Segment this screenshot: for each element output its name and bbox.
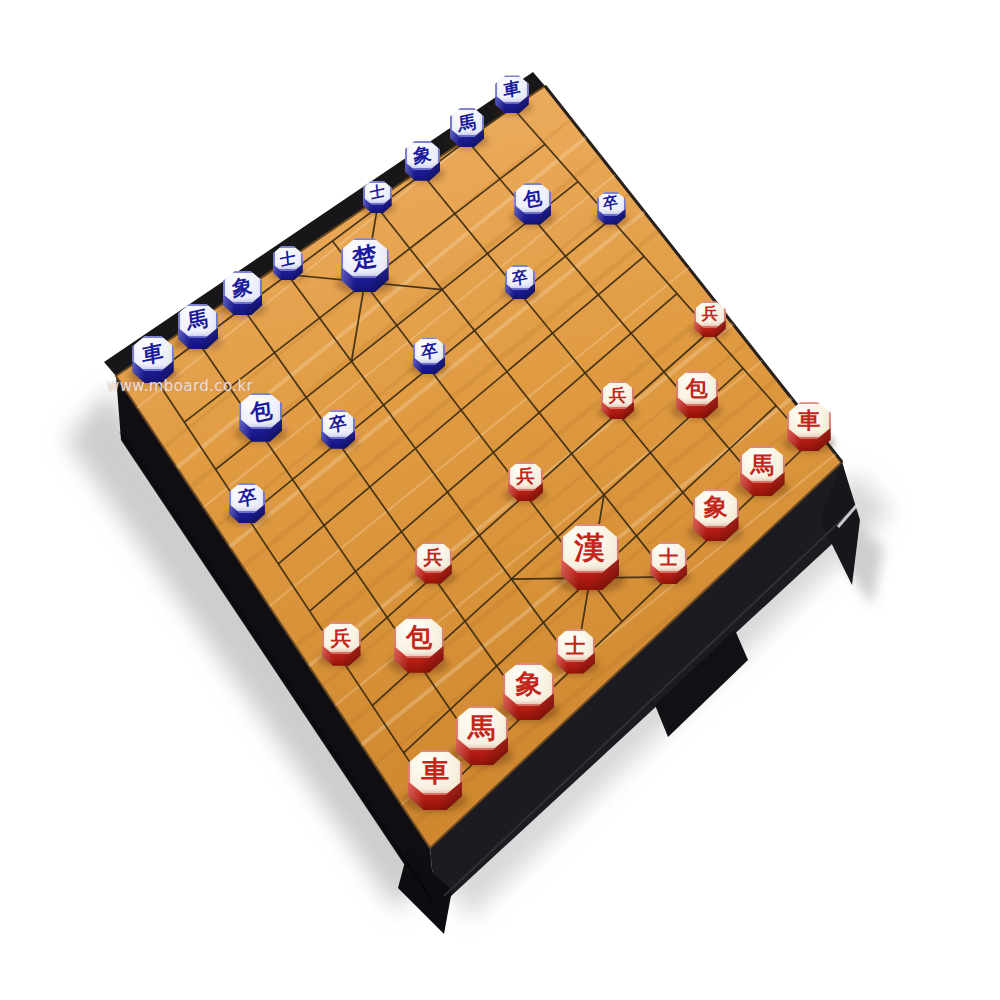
piece-glyph-elephant: 象 (232, 275, 254, 300)
piece-red-soldier-f3r7[interactable]: 兵 (601, 381, 634, 426)
piece-top-face: 車 (787, 402, 830, 438)
piece-red-soldier-f9r7[interactable]: 兵 (322, 622, 361, 675)
piece-blue-soldier-f3r4[interactable]: 卒 (505, 265, 536, 307)
piece-top-face: 兵 (508, 462, 543, 492)
piece-red-horse-f8r10[interactable]: 馬 (456, 706, 509, 777)
piece-red-cannon-f8r8[interactable]: 包 (394, 617, 444, 685)
piece-top-face: 包 (394, 617, 444, 659)
piece-glyph-chariot: 車 (503, 79, 522, 100)
piece-top-face: 士 (363, 181, 392, 205)
piece-glyph-soldier: 兵 (424, 548, 443, 567)
piece-red-soldier-f5r7[interactable]: 兵 (508, 462, 543, 510)
piece-glyph-soldier: 兵 (516, 467, 534, 485)
piece-top-face: 車 (132, 336, 173, 371)
piece-top-face: 卒 (505, 265, 536, 291)
piece-top-face: 馬 (178, 304, 218, 338)
piece-glyph-cho-general: 楚 (351, 243, 378, 273)
piece-blue-soldier-f5r4[interactable]: 卒 (413, 337, 445, 381)
piece-red-guard-f4r10[interactable]: 士 (650, 542, 687, 593)
piece-blue-guard-f4r1[interactable]: 士 (363, 181, 392, 220)
piece-glyph-soldier: 卒 (512, 268, 529, 287)
piece-glyph-soldier: 兵 (331, 628, 351, 648)
piece-glyph-guard: 士 (279, 249, 296, 268)
piece-glyph-guard: 士 (659, 548, 678, 567)
piece-glyph-soldier: 兵 (702, 306, 718, 322)
piece-top-face: 車 (408, 750, 462, 795)
piece-blue-horse-f2r1[interactable]: 馬 (450, 108, 485, 155)
watermark: www.mboard.co.kr (107, 377, 253, 395)
piece-top-face: 馬 (740, 446, 785, 484)
piece-top-face: 卒 (321, 410, 355, 439)
piece-glyph-elephant: 象 (412, 144, 432, 166)
piece-glyph-elephant: 象 (515, 671, 542, 698)
piece-red-chariot-f1r10[interactable]: 車 (787, 402, 830, 461)
piece-top-face: 卒 (229, 483, 265, 513)
piece-glyph-soldier: 卒 (329, 414, 348, 435)
piece-red-horse-f2r10[interactable]: 馬 (740, 446, 785, 507)
piece-blue-elephant-f3r1[interactable]: 象 (405, 141, 441, 189)
piece-glyph-guard: 士 (565, 636, 585, 656)
piece-blue-cannon-f2r3[interactable]: 包 (514, 183, 551, 233)
piece-blue-elephant-f7r1[interactable]: 象 (223, 271, 262, 325)
piece-red-guard-f6r10[interactable]: 士 (556, 629, 595, 682)
piece-glyph-chariot: 車 (798, 409, 821, 432)
piece-glyph-horse: 馬 (458, 112, 477, 134)
piece-red-elephant-f7r10[interactable]: 象 (503, 663, 554, 733)
piece-glyph-horse: 馬 (468, 714, 495, 741)
piece-glyph-cannon: 包 (523, 187, 543, 210)
piece-glyph-guard: 士 (369, 184, 385, 202)
piece-glyph-chariot: 車 (421, 758, 449, 786)
piece-glyph-elephant: 象 (704, 496, 728, 520)
piece-glyph-soldier: 兵 (609, 387, 626, 404)
piece-red-elephant-f3r10[interactable]: 象 (693, 489, 739, 552)
piece-top-face: 象 (405, 141, 441, 171)
piece-glyph-chariot: 車 (142, 340, 165, 366)
piece-glyph-soldier: 卒 (420, 341, 438, 361)
pieces-layer: 車馬象士包卒士楚卒象兵馬卒車包兵包卒車馬兵卒象兵士漢兵包士象馬車 (0, 0, 1000, 1000)
piece-top-face: 兵 (601, 381, 634, 409)
piece-blue-soldier-f1r4[interactable]: 卒 (597, 192, 626, 231)
piece-blue-horse-f8r1[interactable]: 馬 (178, 304, 218, 359)
piece-top-face: 士 (273, 246, 303, 271)
piece-blue-soldier-f9r4[interactable]: 卒 (229, 483, 265, 532)
product-photo-scene: 車馬象士包卒士楚卒象兵馬卒車包兵包卒車馬兵卒象兵士漢兵包士象馬車 www.mbo… (0, 0, 1000, 1000)
piece-glyph-cannon: 包 (686, 377, 708, 399)
piece-blue-chariot-f1r1[interactable]: 車 (495, 75, 529, 121)
piece-glyph-horse: 馬 (751, 453, 774, 476)
piece-glyph-han-general: 漢 (575, 533, 606, 564)
piece-top-face: 兵 (322, 622, 361, 655)
piece-glyph-soldier: 卒 (603, 195, 619, 213)
piece-glyph-soldier: 卒 (237, 487, 257, 510)
piece-blue-cho-general-f5r2[interactable]: 楚 (341, 238, 389, 303)
piece-top-face: 馬 (456, 706, 509, 750)
piece-red-cannon-f2r8[interactable]: 包 (676, 371, 718, 429)
piece-top-face: 象 (693, 489, 739, 528)
piece-red-soldier-f1r7[interactable]: 兵 (694, 301, 726, 344)
piece-top-face: 馬 (450, 108, 485, 137)
piece-blue-soldier-f7r4[interactable]: 卒 (321, 410, 355, 456)
piece-red-han-general-f5r9[interactable]: 漢 (561, 524, 620, 604)
piece-top-face: 車 (495, 75, 529, 103)
piece-blue-guard-f6r1[interactable]: 士 (273, 246, 303, 287)
piece-red-chariot-f9r10[interactable]: 車 (408, 750, 462, 823)
piece-glyph-cannon: 包 (249, 398, 273, 425)
piece-glyph-horse: 馬 (187, 308, 209, 333)
piece-red-soldier-f7r7[interactable]: 兵 (415, 542, 452, 593)
piece-glyph-cannon: 包 (406, 625, 432, 651)
piece-blue-cannon-f8r3[interactable]: 包 (239, 393, 282, 452)
